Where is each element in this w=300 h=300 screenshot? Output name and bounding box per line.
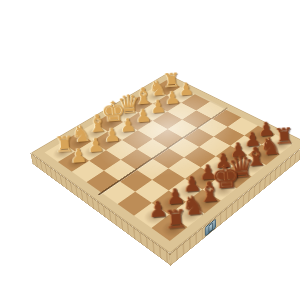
black-pawn-a7: ♟ bbox=[257, 119, 275, 139]
chess-set-photo: ♜♞♝♚♛♝♞♜♟♟♟♟♟♟♟♟♟♟♟♟♟♟♟♟♜♞♝♚♛♝♞♜ bbox=[0, 0, 300, 300]
squares-grid: ♜♞♝♚♛♝♞♜♟♟♟♟♟♟♟♟♟♟♟♟♟♟♟♟♜♞♝♚♛♝♞♜ bbox=[45, 80, 294, 241]
square-h1: ♜ bbox=[45, 142, 76, 162]
clasp-hook-icon bbox=[208, 222, 213, 233]
square-a8: ♜ bbox=[262, 134, 294, 154]
chess-board: ♜♞♝♚♛♝♞♜♟♟♟♟♟♟♟♟♟♟♟♟♟♟♟♟♜♞♝♚♛♝♞♜ bbox=[31, 73, 300, 253]
black-rook-a8: ♜ bbox=[274, 125, 296, 149]
clasp-latch bbox=[204, 218, 215, 237]
